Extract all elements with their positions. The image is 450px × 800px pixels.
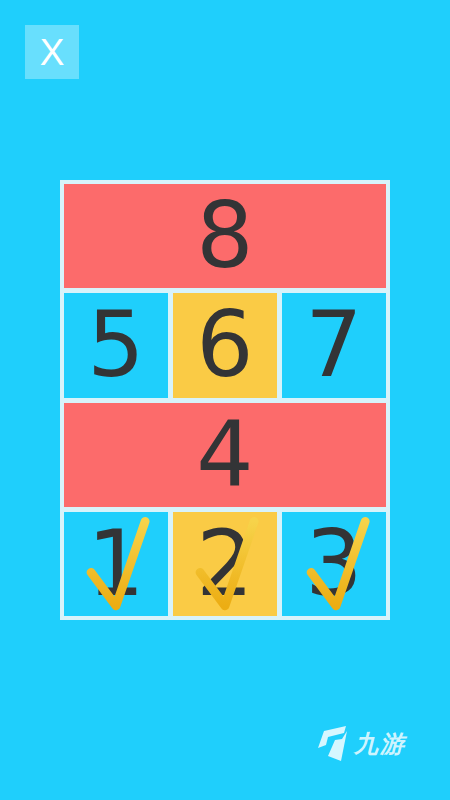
cell-6[interactable]: 6 — [173, 293, 277, 397]
jiuyou-watermark-text: 九游 — [354, 728, 406, 760]
cell-3[interactable]: 3 — [282, 512, 386, 616]
cell-1-number: 1 — [87, 519, 144, 609]
cell-2-number: 2 — [196, 519, 253, 609]
cell-7[interactable]: 7 — [282, 293, 386, 397]
jiuyou-lightning-9-icon — [318, 725, 348, 763]
cell-1[interactable]: 1 — [64, 512, 168, 616]
jiuyou-watermark: 九游 — [318, 725, 406, 763]
close-button[interactable]: X — [25, 25, 79, 79]
cell-8[interactable]: 8 — [64, 184, 386, 288]
cell-4[interactable]: 4 — [64, 403, 386, 507]
cell-5[interactable]: 5 — [64, 293, 168, 397]
cell-2[interactable]: 2 — [173, 512, 277, 616]
cell-3-number: 3 — [305, 519, 362, 609]
puzzle-grid: 8 5 6 7 4 1 2 3 — [60, 180, 390, 620]
